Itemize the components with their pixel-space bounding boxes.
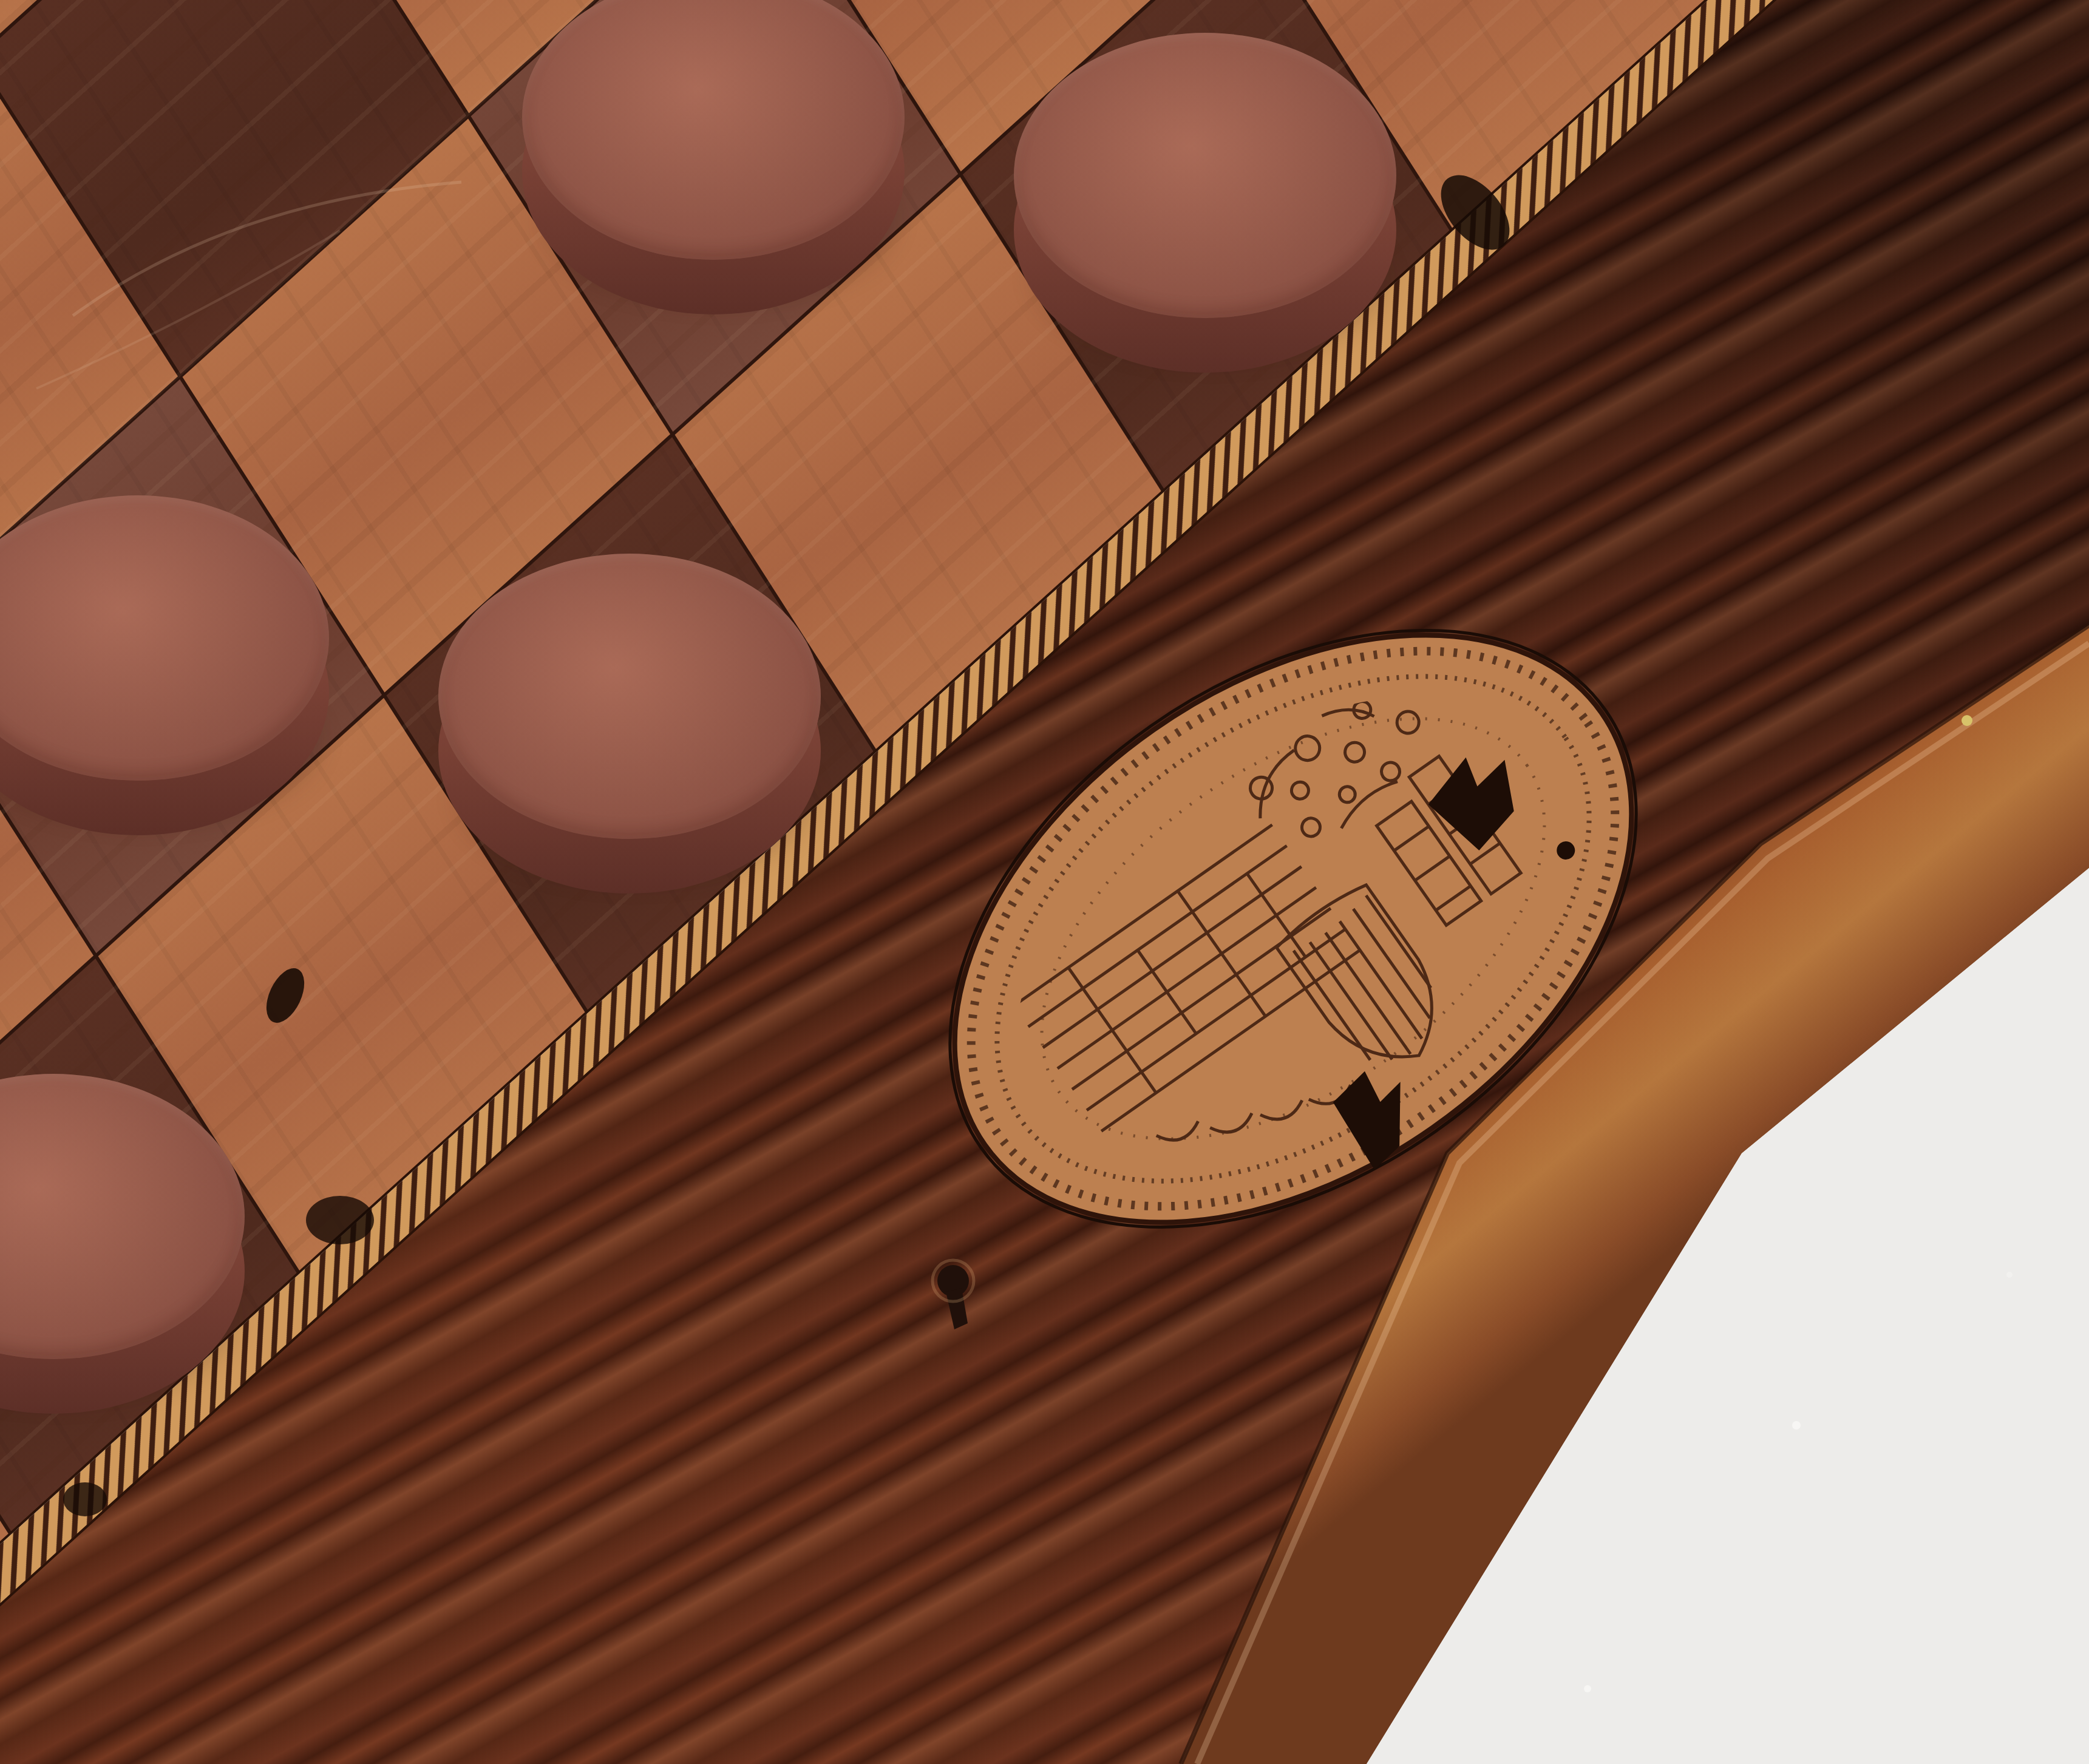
dust-speck xyxy=(2006,1272,2013,1278)
table-background xyxy=(1367,715,2089,1764)
dust-speck xyxy=(1584,1685,1591,1692)
checker-piece[interactable] xyxy=(0,495,329,835)
medallion-engraving xyxy=(967,633,1628,1236)
medallion-damage xyxy=(1553,838,1578,863)
wear-hole xyxy=(63,1482,107,1516)
checker-piece[interactable] xyxy=(0,1074,245,1414)
board-edge-face xyxy=(1181,625,2089,1764)
checker-piece[interactable] xyxy=(1014,33,1396,373)
checker-piece[interactable] xyxy=(438,554,821,894)
wear-hole xyxy=(932,1260,974,1329)
checker-piece[interactable] xyxy=(522,0,905,314)
photo-scene xyxy=(0,0,2089,1764)
medallion-damage xyxy=(1325,1058,1433,1170)
piece-top-face xyxy=(1014,33,1396,318)
piece-top-face xyxy=(438,554,821,839)
medallion-damage xyxy=(1419,740,1539,859)
dust-speck xyxy=(1792,1421,1801,1430)
dust-speck xyxy=(1962,715,1972,726)
